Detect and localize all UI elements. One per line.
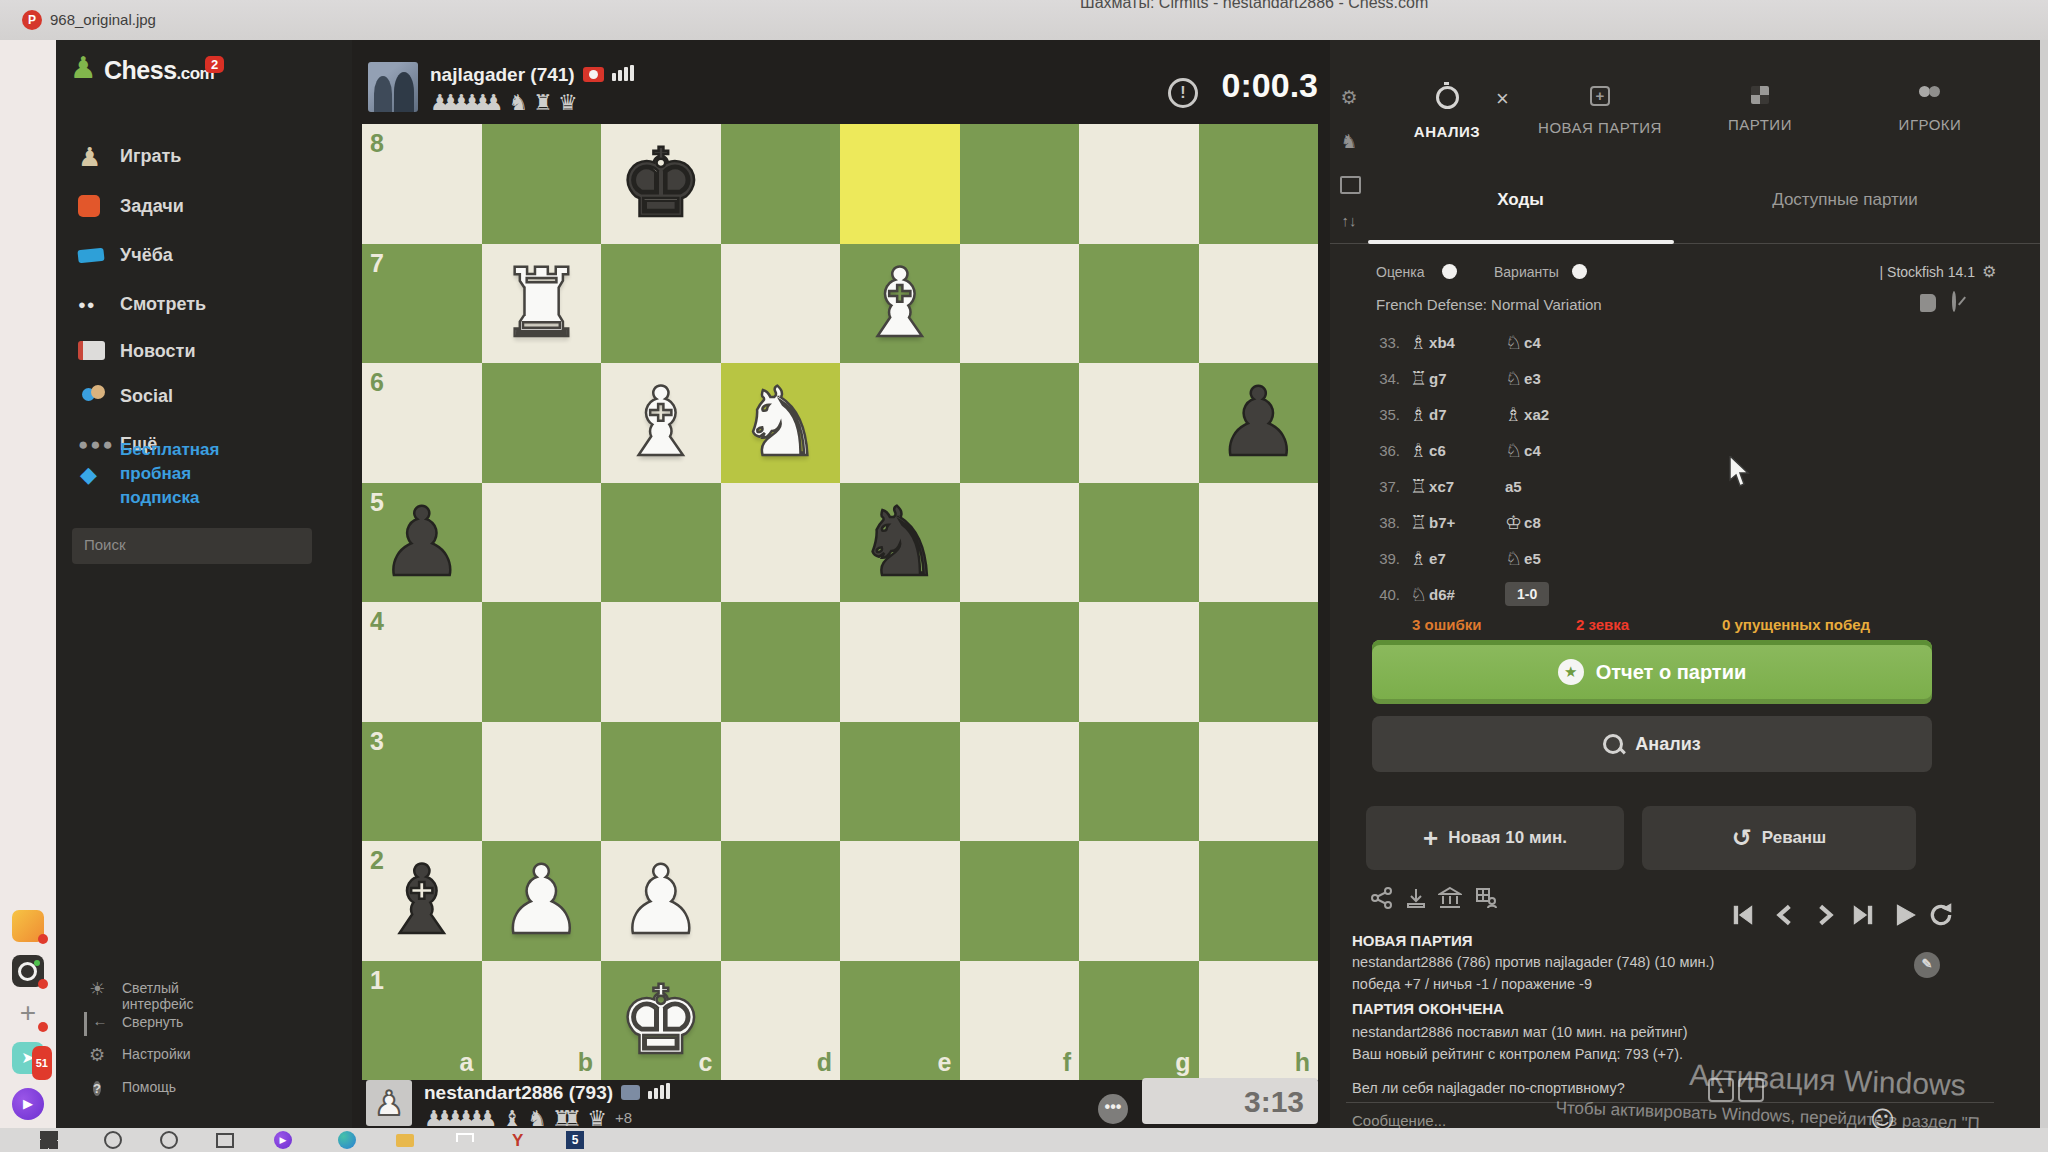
mistake-stat-1: 2 зевка bbox=[1576, 616, 1629, 633]
move-list: 33.♗xb4♘c434.♖g7♘e335.♗d7♗xa236.♗c6♘c437… bbox=[1360, 324, 2000, 612]
alerts-badge: 2 bbox=[205, 56, 224, 73]
rank-label-6: 6 bbox=[370, 368, 384, 397]
square-c6[interactable]: ♝ bbox=[601, 363, 721, 483]
figurine-icon: ♖ bbox=[1410, 475, 1427, 497]
square-b1[interactable]: b bbox=[482, 961, 602, 1081]
chesscom-logo[interactable]: Chess.com bbox=[104, 56, 214, 85]
square-b2[interactable]: ♟ bbox=[482, 841, 602, 961]
window-title: Шахматы: Cirmits - nestandart2886 - Ches… bbox=[1080, 0, 1428, 12]
prev-move-icon[interactable] bbox=[1772, 902, 1802, 928]
captured-knight-icon: ♞ bbox=[508, 90, 528, 115]
notification-dot bbox=[38, 934, 48, 944]
square-c3[interactable] bbox=[601, 722, 721, 842]
square-d5[interactable] bbox=[721, 483, 841, 603]
figurine-icon: ♘ bbox=[1505, 367, 1522, 389]
material-advantage: +8 bbox=[615, 1109, 632, 1126]
play-icon: ♟ bbox=[78, 142, 108, 172]
square-c7[interactable] bbox=[601, 244, 721, 364]
square-g6[interactable] bbox=[1079, 363, 1199, 483]
move-row-36[interactable]: 36.♗c6♘c4 bbox=[1360, 432, 2000, 468]
taskbar: ▶ Y 5 bbox=[0, 1128, 2048, 1152]
new-rating-line: Ваш новый рейтинг с контролем Рапид: 793… bbox=[1352, 1046, 1683, 1062]
move-number: 36. bbox=[1360, 442, 1410, 459]
people-icon bbox=[78, 382, 108, 412]
square-d3[interactable] bbox=[721, 722, 841, 842]
square-b7[interactable]: ♜ bbox=[482, 244, 602, 364]
clock-top: 0:00.3 bbox=[1200, 66, 1318, 105]
square-a4[interactable]: 4 bbox=[362, 602, 482, 722]
rank-label-5: 5 bbox=[370, 488, 384, 517]
rank-label-3: 3 bbox=[370, 727, 384, 756]
next-move-icon[interactable] bbox=[1812, 902, 1842, 928]
square-b6[interactable] bbox=[482, 363, 602, 483]
explorer-compass-icon[interactable] bbox=[1952, 291, 1956, 312]
rank-label-8: 8 bbox=[370, 129, 384, 158]
player-top-name[interactable]: najlagader (741) bbox=[430, 64, 575, 85]
captured-pieces-top: ♟♟♟♟♟♟♞♜♛ bbox=[430, 90, 578, 115]
black-knight-e5[interactable]: ♞ bbox=[840, 483, 960, 601]
notification-dot bbox=[38, 979, 48, 989]
player-bottom-row: nestandart2886 (793) bbox=[424, 1082, 672, 1104]
move-row-38[interactable]: 38.♖b7+♔c8 bbox=[1360, 504, 2000, 540]
game-result[interactable]: 1-0 bbox=[1505, 582, 1549, 606]
rematch-button[interactable]: ↺ Реванш bbox=[1642, 806, 1916, 870]
five-app-icon[interactable]: 5 bbox=[566, 1131, 584, 1149]
focus-mode-icon[interactable] bbox=[1340, 176, 1361, 194]
flag-tunisia-icon bbox=[583, 67, 604, 82]
white-pawn-b2[interactable]: ♟ bbox=[482, 841, 602, 959]
figurine-icon: ♗ bbox=[1505, 403, 1522, 425]
graduation-cap-icon bbox=[78, 241, 108, 271]
square-h2[interactable] bbox=[1199, 841, 1319, 961]
search-input[interactable]: Поиск bbox=[72, 528, 312, 564]
figurine-icon: ♗ bbox=[1410, 403, 1427, 425]
move-number: 37. bbox=[1360, 478, 1410, 495]
mistake-stat-2: 0 упущенных побед bbox=[1722, 616, 1870, 633]
game-over-heading: ПАРТИЯ ОКОНЧЕНА bbox=[1352, 1000, 1504, 1017]
white-bishop-e7[interactable]: ♝ bbox=[840, 244, 960, 362]
puzzle-icon bbox=[78, 192, 108, 222]
move-san: e3 bbox=[1524, 370, 1541, 387]
rotate-ccw-icon: ↺ bbox=[1732, 824, 1752, 852]
square-b4[interactable] bbox=[482, 602, 602, 722]
rank-label-4: 4 bbox=[370, 607, 384, 636]
move-san: xb4 bbox=[1429, 334, 1455, 351]
move-row-34[interactable]: 34.♖g7♘e3 bbox=[1360, 360, 2000, 396]
square-e4[interactable] bbox=[840, 602, 960, 722]
square-g2[interactable] bbox=[1079, 841, 1199, 961]
last-move-icon[interactable] bbox=[1850, 902, 1880, 928]
avatar-bottom[interactable]: ♟ bbox=[366, 1080, 412, 1126]
edge-browser-icon[interactable] bbox=[338, 1131, 356, 1149]
chesscom-pawn-logo-icon[interactable]: ♟ bbox=[70, 50, 97, 85]
square-h5[interactable] bbox=[1199, 483, 1319, 603]
square-g5[interactable] bbox=[1079, 483, 1199, 603]
free-trial-link[interactable]: Бесплатная пробная подписка bbox=[120, 438, 219, 510]
square-e3[interactable] bbox=[840, 722, 960, 842]
assistant-taskbar-icon[interactable]: ▶ bbox=[274, 1131, 292, 1149]
rank-label-2: 2 bbox=[370, 846, 384, 875]
opening-name[interactable]: French Defense: Normal Variation bbox=[1376, 296, 1602, 313]
player-top-row: najlagader (741) bbox=[430, 64, 636, 86]
move-row-37[interactable]: 37.♖xc7a5 bbox=[1360, 468, 2000, 504]
eval-toggle-label: Оценка bbox=[1376, 264, 1425, 280]
tab-games[interactable]: ПАРТИИ bbox=[1685, 86, 1835, 133]
assistant-app-icon[interactable]: ▶ bbox=[12, 1088, 44, 1120]
move-san: e5 bbox=[1524, 550, 1541, 567]
move-row-39[interactable]: 39.♗e7♘e5 bbox=[1360, 540, 2000, 576]
sportsmanship-line: Вел ли себя najlagader по-спортивному? bbox=[1352, 1080, 1625, 1096]
move-number: 38. bbox=[1360, 514, 1410, 531]
square-d8[interactable] bbox=[721, 124, 841, 244]
file-label-b: b bbox=[578, 1048, 593, 1077]
black-move[interactable]: ♘c4 bbox=[1505, 439, 1541, 461]
analysis-button[interactable]: Анализ bbox=[1372, 716, 1932, 772]
flag-icon bbox=[621, 1085, 640, 1100]
timeout-flag-icon: ! bbox=[1168, 78, 1198, 108]
file-explorer-icon[interactable] bbox=[396, 1134, 414, 1147]
task-view-icon[interactable] bbox=[216, 1133, 234, 1148]
move-san: d7 bbox=[1429, 406, 1447, 423]
magnifier-icon bbox=[1603, 734, 1623, 754]
download-icon[interactable] bbox=[1404, 886, 1428, 910]
analysis-panel: ⚙ ♞ ↑↓ АНАЛИЗ × + НОВАЯ ПАРТИЯ ПАРТИИ ИГ… bbox=[1330, 40, 2040, 1128]
square-a2[interactable]: ♝2 bbox=[362, 841, 482, 961]
file-label-a: a bbox=[460, 1048, 474, 1077]
monitor-edge bbox=[2040, 40, 2048, 1128]
white-move[interactable]: ♗c6 bbox=[1410, 439, 1505, 461]
move-row-40[interactable]: 40.♘d6#1-0 bbox=[1360, 576, 2000, 612]
figurine-icon: ♔ bbox=[1505, 511, 1522, 533]
flip-board-icon[interactable]: ↑↓ bbox=[1338, 212, 1360, 229]
browser-side-strip: + ➤51 ▶ bbox=[0, 40, 56, 1128]
diamond-icon: ◆ bbox=[80, 462, 97, 488]
collapse-icon: ← bbox=[84, 1012, 113, 1036]
square-e8[interactable] bbox=[840, 124, 960, 244]
plus-square-icon: + bbox=[1590, 86, 1610, 106]
square-a8[interactable]: 8 bbox=[362, 124, 482, 244]
file-label-f: f bbox=[1063, 1048, 1071, 1077]
move-san: xa2 bbox=[1524, 406, 1549, 423]
chat-bubble-icon[interactable]: ••• bbox=[1098, 1094, 1128, 1124]
figurine-icon: ♗ bbox=[1410, 547, 1427, 569]
square-f6[interactable] bbox=[960, 363, 1080, 483]
move-number: 34. bbox=[1360, 370, 1410, 387]
square-d2[interactable] bbox=[721, 841, 841, 961]
figurine-icon: ♘ bbox=[1505, 331, 1522, 353]
figurine-icon: ♗ bbox=[1410, 439, 1427, 461]
square-g8[interactable] bbox=[1079, 124, 1199, 244]
square-f1[interactable]: f bbox=[960, 961, 1080, 1081]
white-move[interactable]: ♗xb4 bbox=[1410, 331, 1505, 353]
result-badge: 1-0 bbox=[1505, 582, 1549, 606]
square-f8[interactable] bbox=[960, 124, 1080, 244]
square-e2[interactable] bbox=[840, 841, 960, 961]
board-settings-gear-icon[interactable]: ⚙ bbox=[1338, 86, 1360, 109]
active-subtab-underline bbox=[1368, 240, 1674, 244]
unread-badge: 51 bbox=[32, 1046, 52, 1080]
captured-pawn-icon: ♟ bbox=[484, 90, 504, 115]
white-move[interactable]: ♘d6# bbox=[1410, 583, 1505, 605]
square-a6[interactable]: 6 bbox=[362, 363, 482, 483]
file-label-g: g bbox=[1175, 1048, 1190, 1077]
lines-toggle-label: Варианты bbox=[1494, 264, 1559, 280]
challenge-line: nestandart2886 (786) против najlagader (… bbox=[1352, 954, 1714, 970]
cortana-icon[interactable] bbox=[160, 1131, 178, 1149]
engine-gear-icon[interactable]: ⚙ bbox=[1982, 262, 1996, 281]
file-label-c: c bbox=[699, 1048, 713, 1077]
white-move[interactable]: ♗e7 bbox=[1410, 547, 1505, 569]
square-d6[interactable]: ♞ bbox=[721, 363, 841, 483]
square-e6[interactable] bbox=[840, 363, 960, 483]
white-move[interactable]: ♖b7+ bbox=[1410, 511, 1505, 533]
add-app-icon[interactable]: + bbox=[12, 998, 44, 1030]
move-number: 33. bbox=[1360, 334, 1410, 351]
square-b8[interactable] bbox=[482, 124, 602, 244]
subtab-available-games[interactable]: Доступные партии bbox=[1680, 190, 2010, 210]
status-dot bbox=[34, 960, 40, 966]
player-bottom-name[interactable]: nestandart2886 (793) bbox=[424, 1082, 613, 1103]
black-move[interactable]: ♘e3 bbox=[1505, 367, 1541, 389]
star-icon: ★ bbox=[1558, 659, 1584, 685]
move-san: c4 bbox=[1524, 442, 1541, 459]
stopwatch-icon bbox=[1436, 86, 1459, 109]
move-san: e7 bbox=[1429, 550, 1446, 567]
captured-queen-icon: ♛ bbox=[558, 90, 578, 115]
chat-bubble-icon[interactable]: ✎ bbox=[1914, 952, 1940, 978]
file-name: 968_original.jpg bbox=[50, 11, 156, 28]
file-label-e: e bbox=[938, 1048, 952, 1077]
replay-icon[interactable] bbox=[1928, 902, 1958, 928]
file-label-h: h bbox=[1295, 1048, 1310, 1077]
white-pawn-c2[interactable]: ♟ bbox=[601, 841, 721, 959]
black-move[interactable]: ♗xa2 bbox=[1505, 403, 1549, 425]
square-f4[interactable] bbox=[960, 602, 1080, 722]
window-titlebar: P 968_original.jpg Шахматы: Cirmits - ne… bbox=[0, 0, 2048, 40]
rating-stakes-line: победа +7 / ничья -1 / поражение -9 bbox=[1352, 976, 1592, 992]
square-h1[interactable]: h bbox=[1199, 961, 1319, 1081]
square-c1[interactable]: ♚c bbox=[601, 961, 721, 1081]
close-icon[interactable]: × bbox=[1496, 86, 1509, 112]
move-number: 39. bbox=[1360, 550, 1410, 567]
square-a7[interactable]: 7 bbox=[362, 244, 482, 364]
square-a5[interactable]: ♟5 bbox=[362, 483, 482, 603]
square-c4[interactable] bbox=[601, 602, 721, 722]
first-move-icon[interactable] bbox=[1730, 902, 1760, 928]
notification-dot bbox=[38, 1022, 48, 1032]
opening-book-icon[interactable] bbox=[1920, 294, 1936, 312]
move-number: 40. bbox=[1360, 586, 1410, 603]
square-h4[interactable] bbox=[1199, 602, 1319, 722]
start-button-icon[interactable] bbox=[40, 1131, 58, 1149]
messenger-app-icon[interactable]: ➤51 bbox=[12, 1042, 44, 1074]
mate-line: nestandart2886 поставил мат (10 мин. на … bbox=[1352, 1024, 1688, 1040]
mini-board-icon bbox=[1751, 86, 1769, 104]
square-h8[interactable] bbox=[1199, 124, 1319, 244]
square-f5[interactable] bbox=[960, 483, 1080, 603]
avatar-top[interactable] bbox=[368, 62, 418, 112]
square-h3[interactable] bbox=[1199, 722, 1319, 842]
file-label-d: d bbox=[817, 1048, 832, 1077]
search-icon[interactable] bbox=[104, 1131, 122, 1149]
sun-icon: ☀ bbox=[84, 978, 110, 1002]
figurine-icon: ♖ bbox=[1410, 367, 1427, 389]
square-b5[interactable] bbox=[482, 483, 602, 603]
rank-label-1: 1 bbox=[370, 966, 384, 995]
white-rook-b7[interactable]: ♜ bbox=[482, 244, 602, 362]
players-icon bbox=[1917, 86, 1943, 104]
figurine-icon: ♖ bbox=[1410, 511, 1427, 533]
move-san: c4 bbox=[1524, 334, 1541, 351]
white-move[interactable]: ♗d7 bbox=[1410, 403, 1505, 425]
move-row-35[interactable]: 35.♗d7♗xa2 bbox=[1360, 396, 2000, 432]
figurine-icon: ♘ bbox=[1410, 583, 1427, 605]
square-c5[interactable] bbox=[601, 483, 721, 603]
mail-app-icon[interactable] bbox=[12, 910, 44, 942]
square-e1[interactable]: e bbox=[840, 961, 960, 1081]
black-move[interactable]: ♘e5 bbox=[1505, 547, 1541, 569]
black-pawn-h6[interactable]: ♟ bbox=[1199, 363, 1319, 481]
tab-players[interactable]: ИГРОКИ bbox=[1855, 86, 2005, 133]
captured-rook-icon: ♜ bbox=[533, 90, 553, 115]
white-knight-d6[interactable]: ♞ bbox=[721, 363, 841, 481]
square-d1[interactable]: d bbox=[721, 961, 841, 1081]
square-h7[interactable] bbox=[1199, 244, 1319, 364]
tab-new-game[interactable]: + НОВАЯ ПАРТИЯ bbox=[1525, 86, 1675, 136]
connection-bars-icon bbox=[648, 1083, 672, 1103]
move-san: d6# bbox=[1429, 586, 1455, 603]
move-row-33[interactable]: 33.♗xb4♘c4 bbox=[1360, 324, 2000, 360]
binoculars-icon: ●● bbox=[78, 290, 108, 320]
move-san: g7 bbox=[1429, 370, 1447, 387]
subtab-moves[interactable]: Ходы bbox=[1368, 190, 1673, 210]
new-game-button[interactable]: + Новая 10 мин. bbox=[1366, 806, 1624, 870]
figurine-icon: ♗ bbox=[1410, 331, 1427, 353]
square-f3[interactable] bbox=[960, 722, 1080, 842]
move-number: 35. bbox=[1360, 406, 1410, 423]
move-san: c8 bbox=[1524, 514, 1541, 531]
square-a1[interactable]: 1a bbox=[362, 961, 482, 1081]
ellipsis-icon: ●●● bbox=[78, 430, 108, 460]
yandex-icon[interactable]: Y bbox=[512, 1131, 530, 1149]
square-d7[interactable] bbox=[721, 244, 841, 364]
play-icon[interactable] bbox=[1892, 902, 1922, 928]
square-e5[interactable]: ♞ bbox=[840, 483, 960, 603]
square-g1[interactable]: g bbox=[1079, 961, 1199, 1081]
square-g7[interactable] bbox=[1079, 244, 1199, 364]
figurine-icon: ♘ bbox=[1505, 547, 1522, 569]
message-input[interactable]: Сообщение... bbox=[1352, 1112, 1446, 1129]
mistake-stat-0: 3 ошибки bbox=[1412, 616, 1481, 633]
move-san: c6 bbox=[1429, 442, 1446, 459]
square-e7[interactable]: ♝ bbox=[840, 244, 960, 364]
newspaper-icon bbox=[78, 337, 108, 367]
figurine-icon: ♘ bbox=[1505, 439, 1522, 461]
square-f7[interactable] bbox=[960, 244, 1080, 364]
game-report-button[interactable]: ★ Отчет о партии bbox=[1372, 640, 1932, 704]
connection-bars-icon bbox=[612, 65, 636, 85]
black-king-c8[interactable]: ♚ bbox=[601, 124, 721, 242]
share-icon[interactable] bbox=[1370, 886, 1394, 910]
plus-icon: + bbox=[1423, 823, 1438, 854]
new-game-heading: НОВАЯ ПАРТИЯ bbox=[1352, 932, 1473, 949]
question-icon: ? bbox=[84, 1077, 110, 1101]
white-move[interactable]: ♖xc7 bbox=[1410, 475, 1505, 497]
rank-label-7: 7 bbox=[370, 249, 384, 278]
study-board-icon[interactable] bbox=[1474, 886, 1498, 910]
photo-label-icon: P bbox=[22, 10, 42, 30]
black-move[interactable]: ♔c8 bbox=[1505, 511, 1541, 533]
square-f2[interactable] bbox=[960, 841, 1080, 961]
square-c2[interactable]: ♟ bbox=[601, 841, 721, 961]
pieces-theme-icon[interactable]: ♞ bbox=[1338, 130, 1360, 152]
square-g3[interactable] bbox=[1079, 722, 1199, 842]
gear-icon: ⚙ bbox=[84, 1044, 110, 1068]
move-san: b7+ bbox=[1429, 514, 1455, 531]
square-c8[interactable]: ♚ bbox=[601, 124, 721, 244]
square-d4[interactable] bbox=[721, 602, 841, 722]
square-b3[interactable] bbox=[482, 722, 602, 842]
clock-bottom-box: 3:13 bbox=[1142, 1078, 1318, 1124]
square-h6[interactable]: ♟ bbox=[1199, 363, 1319, 483]
white-move[interactable]: ♖g7 bbox=[1410, 367, 1505, 389]
square-g4[interactable] bbox=[1079, 602, 1199, 722]
tournament-icon[interactable] bbox=[1438, 886, 1462, 910]
move-san: xc7 bbox=[1429, 478, 1454, 495]
engine-name[interactable]: | Stockfish 14.1 bbox=[1790, 264, 1975, 280]
black-move[interactable]: a5 bbox=[1505, 478, 1522, 495]
chess-board[interactable]: 8♚7♜♝6♝♞♟♟5♞43♝2♟♟1ab♚cdefgh bbox=[362, 124, 1318, 1080]
move-san: a5 bbox=[1505, 478, 1522, 495]
clock-bottom: 3:13 bbox=[1244, 1085, 1304, 1119]
camera-app-icon[interactable] bbox=[12, 955, 44, 987]
white-bishop-c6[interactable]: ♝ bbox=[601, 363, 721, 481]
black-move[interactable]: ♘c4 bbox=[1505, 331, 1541, 353]
square-a3[interactable]: 3 bbox=[362, 722, 482, 842]
